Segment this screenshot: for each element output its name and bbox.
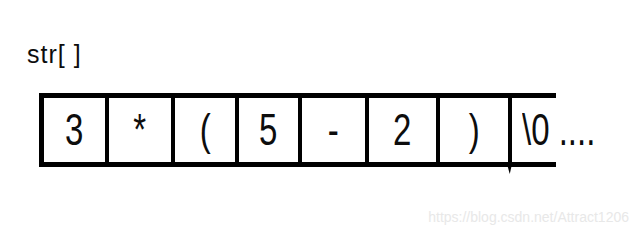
cell-char-0: 3 (65, 108, 83, 152)
cell-char-1: * (134, 108, 147, 152)
array-cell-1: * (109, 98, 175, 162)
cell-char-6: ) (469, 108, 480, 152)
array-cell-2: ( (175, 98, 239, 162)
array-cell-0: 3 (44, 98, 109, 162)
cell-char-2: ( (200, 108, 211, 152)
char-array-box: 3 * ( 5 - 2 ) \0 .... (39, 93, 556, 167)
cell-char-4: - (328, 108, 339, 152)
array-cell-3: 5 (239, 98, 302, 162)
array-cell-7: \0 .... (512, 98, 620, 162)
cell-char-7: \0 .... (522, 108, 595, 152)
diagram-canvas: str[ ] 3 * ( 5 - 2 ) \0 .... https://blo… (0, 0, 644, 236)
pen-tail-mark (507, 164, 512, 174)
watermark-url: https://blog.csdn.net/Attract1206 (428, 209, 629, 225)
cell-char-5: 2 (393, 108, 411, 152)
cell-char-3: 5 (259, 108, 277, 152)
array-cell-4: - (302, 98, 369, 162)
array-name-label: str[ ] (27, 40, 82, 69)
array-cell-6: ) (440, 98, 512, 162)
array-cell-5: 2 (369, 98, 440, 162)
